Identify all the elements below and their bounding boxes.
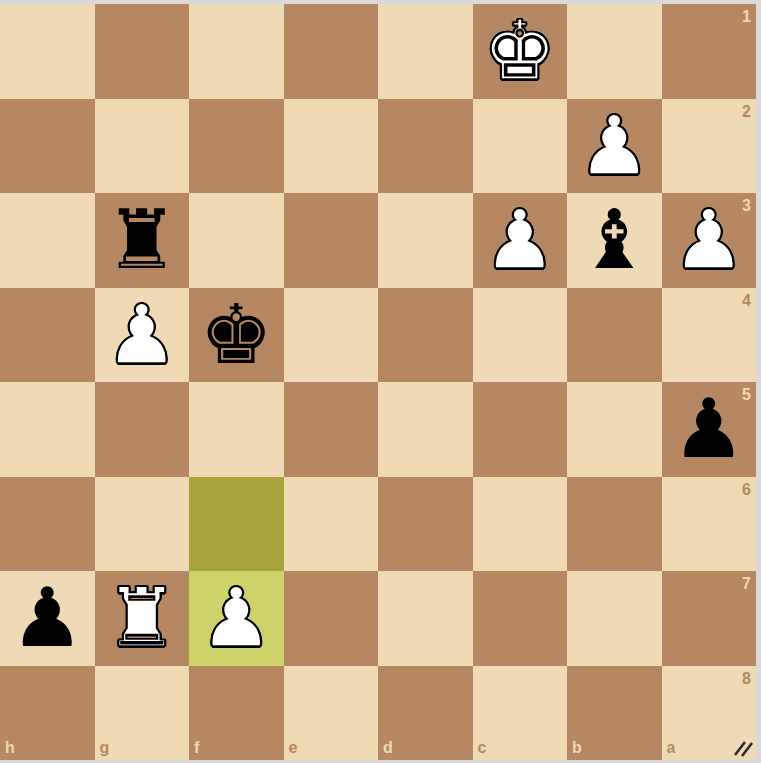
square-b8[interactable]: b <box>567 666 662 761</box>
square-g3[interactable]: ♜ <box>95 193 190 288</box>
square-b2[interactable]: ♟ <box>567 99 662 194</box>
square-f8[interactable]: f <box>189 666 284 761</box>
square-e7[interactable] <box>284 571 379 666</box>
black-pawn-piece: ♟ <box>10 571 84 666</box>
black-pawn-piece: ♟ <box>672 382 746 477</box>
square-d2[interactable] <box>378 99 473 194</box>
square-g6[interactable] <box>95 477 190 572</box>
square-b3[interactable]: ♝ <box>567 193 662 288</box>
square-a2[interactable]: 2 <box>662 99 757 194</box>
square-a3[interactable]: ♟3 <box>662 193 757 288</box>
chess-board: ♚1♟2♜♟♝♟3♟♚4♟56♟♜♟7hgfedcba8 <box>0 4 756 760</box>
square-h4[interactable] <box>0 288 95 383</box>
square-f4[interactable]: ♚ <box>189 288 284 383</box>
square-e2[interactable] <box>284 99 379 194</box>
file-label-h: h <box>5 740 15 756</box>
square-d8[interactable]: d <box>378 666 473 761</box>
square-d7[interactable] <box>378 571 473 666</box>
square-f6[interactable] <box>189 477 284 572</box>
square-c5[interactable] <box>473 382 568 477</box>
square-e3[interactable] <box>284 193 379 288</box>
square-h8[interactable]: h <box>0 666 95 761</box>
square-f2[interactable] <box>189 99 284 194</box>
square-d3[interactable] <box>378 193 473 288</box>
square-c3[interactable]: ♟ <box>473 193 568 288</box>
white-pawn-piece: ♟ <box>577 99 651 194</box>
rank-label-5: 5 <box>742 387 751 403</box>
square-c7[interactable] <box>473 571 568 666</box>
page: ♚1♟2♜♟♝♟3♟♚4♟56♟♜♟7hgfedcba8 <box>0 0 761 763</box>
black-rook-piece: ♜ <box>105 193 179 288</box>
square-e4[interactable] <box>284 288 379 383</box>
square-b1[interactable] <box>567 4 662 99</box>
white-pawn-piece: ♟ <box>672 193 746 288</box>
square-g5[interactable] <box>95 382 190 477</box>
white-king-piece: ♚ <box>483 4 557 99</box>
file-label-a: a <box>667 740 676 756</box>
square-c4[interactable] <box>473 288 568 383</box>
square-f7[interactable]: ♟ <box>189 571 284 666</box>
square-g4[interactable]: ♟ <box>95 288 190 383</box>
black-king-piece: ♚ <box>199 288 273 383</box>
file-label-d: d <box>383 740 393 756</box>
square-h6[interactable] <box>0 477 95 572</box>
square-h3[interactable] <box>0 193 95 288</box>
file-label-c: c <box>478 740 487 756</box>
square-g8[interactable]: g <box>95 666 190 761</box>
rank-label-4: 4 <box>742 293 751 309</box>
square-g2[interactable] <box>95 99 190 194</box>
square-e8[interactable]: e <box>284 666 379 761</box>
square-d6[interactable] <box>378 477 473 572</box>
square-b5[interactable] <box>567 382 662 477</box>
square-d4[interactable] <box>378 288 473 383</box>
white-pawn-piece: ♟ <box>105 288 179 383</box>
square-e6[interactable] <box>284 477 379 572</box>
square-e1[interactable] <box>284 4 379 99</box>
square-f1[interactable] <box>189 4 284 99</box>
square-h7[interactable]: ♟ <box>0 571 95 666</box>
rank-label-7: 7 <box>742 576 751 592</box>
board-resize-handle-icon[interactable] <box>732 736 754 758</box>
square-b4[interactable] <box>567 288 662 383</box>
square-b7[interactable] <box>567 571 662 666</box>
square-a6[interactable]: 6 <box>662 477 757 572</box>
square-a5[interactable]: ♟5 <box>662 382 757 477</box>
file-label-e: e <box>289 740 298 756</box>
square-h2[interactable] <box>0 99 95 194</box>
white-pawn-piece: ♟ <box>483 193 557 288</box>
rank-label-8: 8 <box>742 671 751 687</box>
white-rook-piece: ♜ <box>105 571 179 666</box>
file-label-g: g <box>100 740 110 756</box>
square-h1[interactable] <box>0 4 95 99</box>
rank-label-3: 3 <box>742 198 751 214</box>
square-d1[interactable] <box>378 4 473 99</box>
black-bishop-piece: ♝ <box>577 193 651 288</box>
square-a7[interactable]: 7 <box>662 571 757 666</box>
file-label-b: b <box>572 740 582 756</box>
white-pawn-piece: ♟ <box>199 571 273 666</box>
square-e5[interactable] <box>284 382 379 477</box>
rank-label-6: 6 <box>742 482 751 498</box>
square-h5[interactable] <box>0 382 95 477</box>
file-label-f: f <box>194 740 199 756</box>
square-g7[interactable]: ♜ <box>95 571 190 666</box>
square-c6[interactable] <box>473 477 568 572</box>
square-a1[interactable]: 1 <box>662 4 757 99</box>
square-g1[interactable] <box>95 4 190 99</box>
rank-label-1: 1 <box>742 9 751 25</box>
rank-label-2: 2 <box>742 104 751 120</box>
square-c8[interactable]: c <box>473 666 568 761</box>
square-b6[interactable] <box>567 477 662 572</box>
square-c1[interactable]: ♚ <box>473 4 568 99</box>
square-d5[interactable] <box>378 382 473 477</box>
square-c2[interactable] <box>473 99 568 194</box>
square-f5[interactable] <box>189 382 284 477</box>
square-a4[interactable]: 4 <box>662 288 757 383</box>
square-f3[interactable] <box>189 193 284 288</box>
